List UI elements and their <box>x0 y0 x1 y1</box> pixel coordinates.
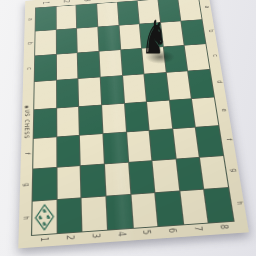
square-b4[interactable] <box>98 26 120 51</box>
square-a2[interactable] <box>56 5 76 29</box>
square-g4[interactable] <box>105 163 130 196</box>
square-f2[interactable] <box>57 135 80 166</box>
square-f1[interactable] <box>33 137 56 168</box>
square-h1[interactable]: ♞♞♞♞ <box>32 200 56 235</box>
square-f6[interactable] <box>150 129 176 160</box>
square-d1[interactable] <box>34 81 56 109</box>
board-grid: ♞♞♞♞ <box>31 0 235 236</box>
square-b5[interactable] <box>119 24 141 49</box>
file-label-right-a: a <box>202 4 209 9</box>
file-label-right-c: c <box>210 53 218 59</box>
square-g8[interactable] <box>200 156 228 189</box>
file-label-right-f: f <box>224 136 232 143</box>
square-h5[interactable] <box>131 193 158 228</box>
square-h2[interactable] <box>57 198 81 233</box>
square-f3[interactable] <box>80 134 104 165</box>
square-e5[interactable] <box>125 102 149 131</box>
square-a1[interactable] <box>36 7 56 31</box>
square-a4[interactable] <box>97 2 118 26</box>
square-g7[interactable] <box>176 158 203 191</box>
square-c2[interactable] <box>57 53 78 80</box>
square-f8[interactable] <box>196 126 223 157</box>
square-b2[interactable] <box>56 29 77 54</box>
square-h7[interactable] <box>180 190 208 225</box>
square-h8[interactable] <box>205 188 234 223</box>
rank-label-top-1: 1 <box>42 0 48 5</box>
square-d3[interactable] <box>79 78 101 106</box>
square-h4[interactable] <box>106 195 132 230</box>
square-b1[interactable] <box>35 30 55 55</box>
file-label-left-g: g <box>22 181 30 188</box>
file-label-left-h: h <box>21 215 29 223</box>
svg-text:♞: ♞ <box>45 213 51 220</box>
square-a3[interactable] <box>77 4 98 28</box>
square-f4[interactable] <box>103 132 127 163</box>
square-d4[interactable] <box>101 76 124 104</box>
square-a8[interactable] <box>179 0 202 21</box>
chess-board: ♞♞♞♞ aabbccdeffgghh1122334455667788 ◉US … <box>18 0 249 248</box>
file-label-left-b: b <box>25 40 32 46</box>
square-g5[interactable] <box>129 161 155 194</box>
square-b8[interactable] <box>182 20 206 45</box>
brand-label: US CHESS <box>23 109 31 139</box>
square-e4[interactable] <box>102 103 126 133</box>
square-c5[interactable] <box>121 49 144 76</box>
square-f7[interactable] <box>173 127 199 158</box>
file-label-right-d: d <box>215 79 223 85</box>
rank-label-bottom-2: 2 <box>65 233 73 241</box>
square-d2[interactable] <box>57 79 79 107</box>
square-c4[interactable] <box>99 50 121 77</box>
square-c1[interactable] <box>35 55 56 82</box>
rank-label-top-3: 3 <box>83 0 89 3</box>
photo-background: ♞♞♞♞ aabbccdeffgghh1122334455667788 ◉US … <box>0 0 256 256</box>
rank-label-top-4: 4 <box>103 0 110 1</box>
square-c8[interactable] <box>185 44 209 70</box>
rank-label-bottom-8: 8 <box>218 223 227 231</box>
square-h6[interactable] <box>156 191 183 226</box>
square-a5[interactable] <box>117 1 139 25</box>
rank-label-bottom-7: 7 <box>193 225 202 233</box>
square-e1[interactable] <box>34 108 56 138</box>
svg-text:♞: ♞ <box>41 220 47 227</box>
square-g1[interactable] <box>33 168 56 201</box>
square-e3[interactable] <box>79 105 102 135</box>
file-label-left-c: c <box>25 66 32 72</box>
rank-label-bottom-6: 6 <box>167 226 176 234</box>
rank-label-top-2: 2 <box>63 0 69 4</box>
file-label-right-b: b <box>206 28 213 34</box>
square-e2[interactable] <box>57 107 79 137</box>
file-label-left-f: f <box>22 150 29 157</box>
rank-label-bottom-5: 5 <box>142 228 150 236</box>
square-h3[interactable] <box>82 196 107 231</box>
file-label-left-a: a <box>26 16 32 21</box>
square-g2[interactable] <box>57 166 81 199</box>
square-g3[interactable] <box>81 164 105 197</box>
us-chess-brand: ◉US CHESS <box>24 105 31 114</box>
square-c3[interactable] <box>78 52 100 79</box>
square-d6[interactable] <box>145 73 169 101</box>
square-d8[interactable] <box>189 70 214 98</box>
square-g6[interactable] <box>153 159 179 192</box>
square-d7[interactable] <box>167 72 192 100</box>
rank-label-bottom-3: 3 <box>91 232 99 240</box>
rank-label-bottom-4: 4 <box>116 230 124 238</box>
file-label-right-e: e <box>219 107 227 114</box>
file-label-right-g: g <box>229 167 238 174</box>
us-chess-diamond-logo: ♞♞♞♞ <box>34 203 54 231</box>
file-label-right-h: h <box>234 200 243 208</box>
black-knight[interactable]: ♞ <box>149 13 168 63</box>
rank-label-bottom-1: 1 <box>40 235 48 243</box>
square-e6[interactable] <box>147 100 172 129</box>
square-b3[interactable] <box>77 27 98 52</box>
square-d5[interactable] <box>123 75 146 103</box>
square-e7[interactable] <box>170 99 195 128</box>
square-f5[interactable] <box>127 131 152 162</box>
square-e8[interactable] <box>192 97 218 126</box>
